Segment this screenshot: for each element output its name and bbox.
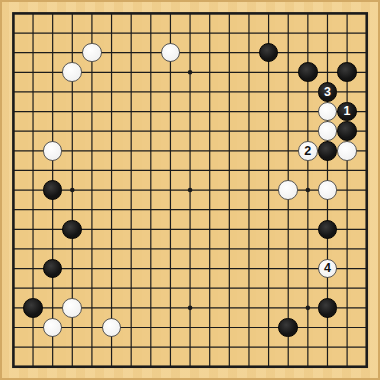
stone-black-s14: 1 — [337, 102, 357, 122]
move-number: 4 — [324, 262, 331, 275]
stone-white-q12: 2 — [298, 141, 318, 161]
stone-white-c12 — [43, 141, 63, 161]
move-number: 1 — [344, 105, 351, 118]
stone-white-p10 — [278, 180, 298, 200]
move-number: 3 — [324, 86, 331, 99]
stone-white-f3 — [102, 318, 122, 338]
stone-white-s12 — [337, 141, 357, 161]
stone-black-d8 — [62, 220, 82, 240]
stone-black-r12 — [318, 141, 338, 161]
stone-white-d16 — [62, 62, 82, 82]
stone-black-r15: 3 — [318, 82, 338, 102]
stone-white-e17 — [82, 43, 102, 63]
stone-black-b4 — [23, 298, 43, 318]
stone-black-s16 — [337, 62, 357, 82]
stone-white-r6: 4 — [318, 259, 338, 279]
stone-black-p3 — [278, 318, 298, 338]
move-number: 2 — [304, 145, 311, 158]
stones-layer: 3124 — [0, 0, 380, 380]
stone-black-r4 — [318, 298, 338, 318]
stone-white-d4 — [62, 298, 82, 318]
stone-black-q16 — [298, 62, 318, 82]
stone-black-o17 — [259, 43, 279, 63]
stone-white-r10 — [318, 180, 338, 200]
stone-black-s13 — [337, 121, 357, 141]
go-board: 3124 — [0, 0, 380, 380]
stone-black-r8 — [318, 220, 338, 240]
stone-white-j17 — [161, 43, 181, 63]
stone-white-c3 — [43, 318, 63, 338]
stone-white-r14 — [318, 102, 338, 122]
stone-white-r13 — [318, 121, 338, 141]
stone-black-c6 — [43, 259, 63, 279]
stone-black-c10 — [43, 180, 63, 200]
